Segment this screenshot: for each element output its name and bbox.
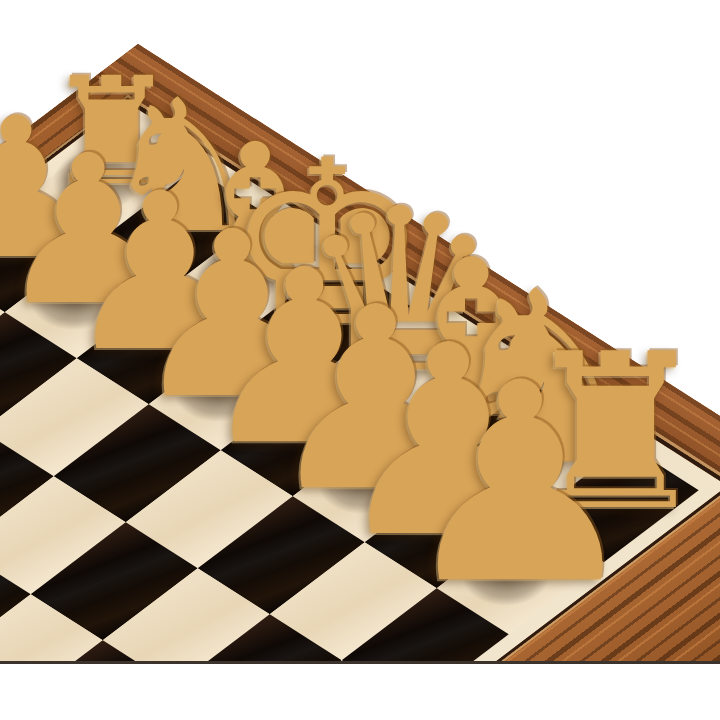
board-maple-margin: ♜♞♝♚♛♝♞♜♟♟♟♟♟♟♟♟ bbox=[0, 98, 720, 720]
board-frame-rosewood-border: ♜♞♝♚♛♝♞♜♟♟♟♟♟♟♟♟ bbox=[0, 44, 720, 720]
chess-board: ♜♞♝♚♛♝♞♜♟♟♟♟♟♟♟♟ bbox=[0, 122, 699, 720]
photo-bottom-crop bbox=[0, 661, 720, 720]
chess-set-product-photo: ♜♞♝♚♛♝♞♜♟♟♟♟♟♟♟♟ bbox=[0, 0, 720, 720]
white-pawn-a2: ♟ bbox=[397, 347, 643, 622]
